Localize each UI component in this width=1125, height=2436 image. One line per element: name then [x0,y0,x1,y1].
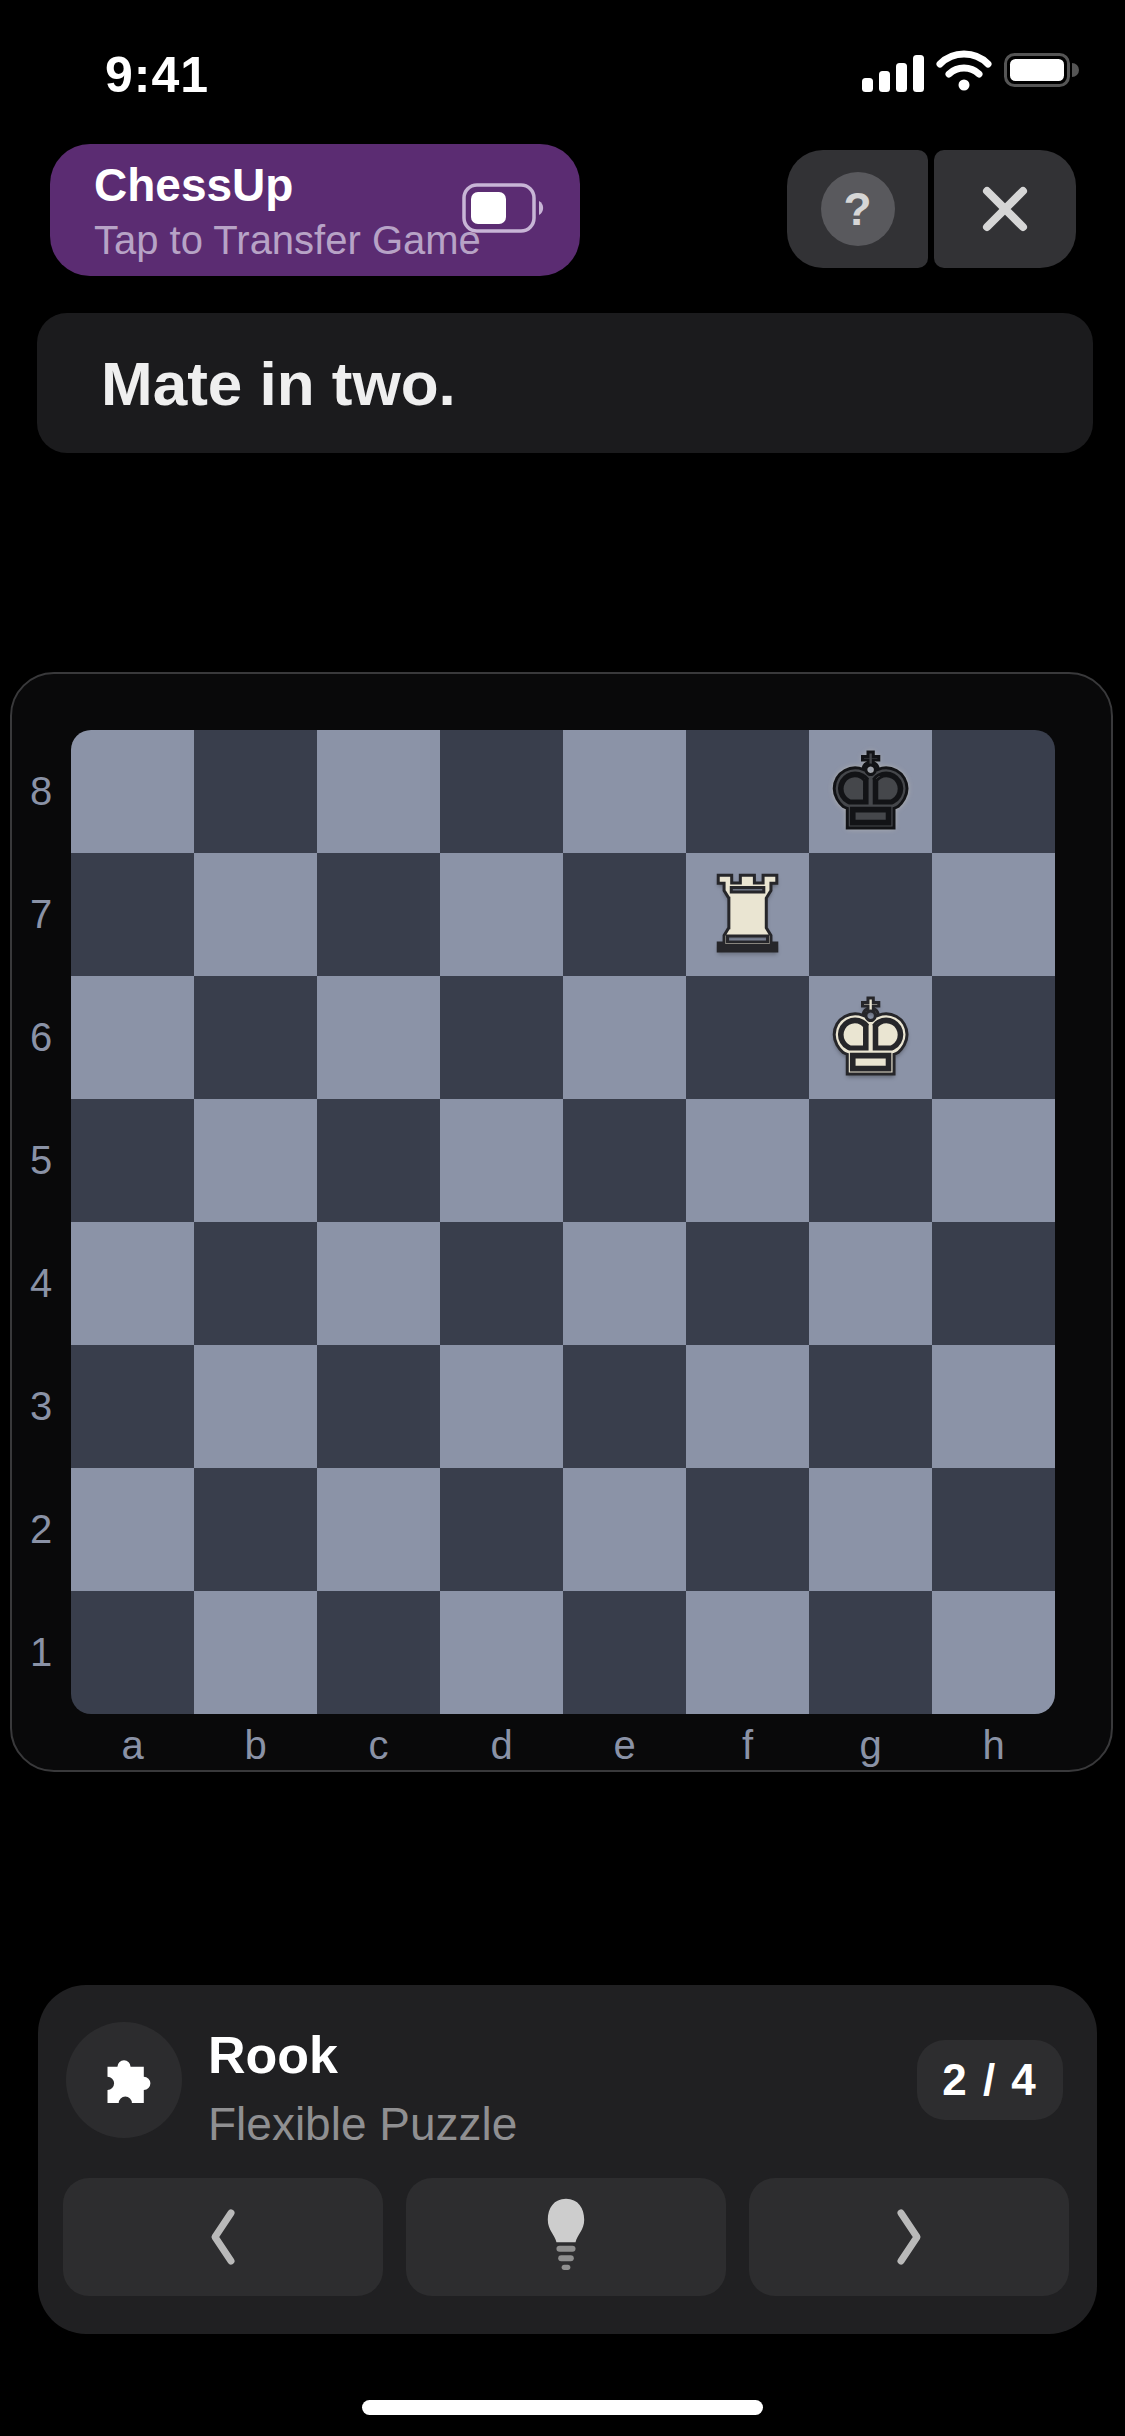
square-d3[interactable] [440,1345,563,1468]
rank-label-6: 6 [12,976,70,1099]
square-c1[interactable] [317,1591,440,1714]
square-c8[interactable] [317,730,440,853]
puzzle-piece-icon [91,2047,157,2113]
puzzle-prompt: Mate in two. [37,313,1093,453]
file-label-g: g [809,1718,932,1772]
square-b4[interactable] [194,1222,317,1345]
square-h3[interactable] [932,1345,1055,1468]
square-b6[interactable] [194,976,317,1099]
piece-white-rook-f7[interactable]: ♜ [686,853,809,976]
square-c6[interactable] [317,976,440,1099]
chevron-left-icon [203,2205,243,2269]
square-a7[interactable] [71,853,194,976]
rank-label-8: 8 [12,730,70,853]
square-f8[interactable] [686,730,809,853]
battery-icon [1004,50,1080,90]
rank-label-5: 5 [12,1099,70,1222]
puzzle-title: Rook [208,2025,338,2085]
square-g8[interactable]: ♚ [809,730,932,853]
square-d1[interactable] [440,1591,563,1714]
square-c7[interactable] [317,853,440,976]
square-f7[interactable]: ♜ [686,853,809,976]
square-g5[interactable] [809,1099,932,1222]
help-button[interactable]: ? [787,150,928,268]
square-a4[interactable] [71,1222,194,1345]
puzzle-prompt-text: Mate in two. [101,348,456,419]
square-g4[interactable] [809,1222,932,1345]
piece-white-king-g6[interactable]: ♚ [809,976,932,1099]
file-label-e: e [563,1718,686,1772]
status-icons [862,48,1080,92]
square-b7[interactable] [194,853,317,976]
square-a3[interactable] [71,1345,194,1468]
question-mark-icon: ? [821,172,895,246]
file-labels: abcdefgh [71,1718,1055,1772]
square-f4[interactable] [686,1222,809,1345]
square-d8[interactable] [440,730,563,853]
close-button[interactable] [934,150,1076,268]
square-f1[interactable] [686,1591,809,1714]
square-h2[interactable] [932,1468,1055,1591]
square-d5[interactable] [440,1099,563,1222]
hint-button[interactable] [406,2178,726,2296]
square-a8[interactable] [71,730,194,853]
device-battery-icon [462,182,550,238]
square-e1[interactable] [563,1591,686,1714]
file-label-f: f [686,1718,809,1772]
square-d7[interactable] [440,853,563,976]
square-e4[interactable] [563,1222,686,1345]
square-c4[interactable] [317,1222,440,1345]
square-b8[interactable] [194,730,317,853]
file-label-d: d [440,1718,563,1772]
square-f6[interactable] [686,976,809,1099]
square-b3[interactable] [194,1345,317,1468]
puzzle-card: Rook Flexible Puzzle 2 / 4 [38,1985,1097,2334]
square-b2[interactable] [194,1468,317,1591]
square-f3[interactable] [686,1345,809,1468]
home-indicator[interactable] [362,2400,763,2415]
square-h7[interactable] [932,853,1055,976]
board-panel: 87654321 ♚♜♚ abcdefgh [10,672,1113,1772]
square-a5[interactable] [71,1099,194,1222]
lightbulb-icon [540,2193,592,2281]
banner-title: ChessUp [94,158,293,212]
square-c2[interactable] [317,1468,440,1591]
rank-label-7: 7 [12,853,70,976]
square-c5[interactable] [317,1099,440,1222]
square-h4[interactable] [932,1222,1055,1345]
square-e5[interactable] [563,1099,686,1222]
square-a1[interactable] [71,1591,194,1714]
square-g3[interactable] [809,1345,932,1468]
square-e2[interactable] [563,1468,686,1591]
square-g1[interactable] [809,1591,932,1714]
square-g6[interactable]: ♚ [809,976,932,1099]
square-g7[interactable] [809,853,932,976]
square-h1[interactable] [932,1591,1055,1714]
progress-badge: 2 / 4 [917,2040,1063,2120]
rank-label-3: 3 [12,1345,70,1468]
rank-label-2: 2 [12,1468,70,1591]
square-h5[interactable] [932,1099,1055,1222]
status-time: 9:41 [62,46,252,104]
square-f5[interactable] [686,1099,809,1222]
square-c3[interactable] [317,1345,440,1468]
rank-label-1: 1 [12,1591,70,1714]
square-d2[interactable] [440,1468,563,1591]
cellular-signal-icon [862,48,924,92]
square-g2[interactable] [809,1468,932,1591]
square-e6[interactable] [563,976,686,1099]
square-b1[interactable] [194,1591,317,1714]
app-screen: 9:41 ChessUp Tap to Transfer Game [0,0,1125,2436]
puzzle-subtitle: Flexible Puzzle [208,2097,517,2151]
chevron-right-icon [889,2205,929,2269]
square-a6[interactable] [71,976,194,1099]
square-h8[interactable] [932,730,1055,853]
chessup-transfer-banner[interactable]: ChessUp Tap to Transfer Game [50,144,580,276]
puzzle-icon-circle [66,2022,182,2138]
chess-board[interactable]: ♚♜♚ [71,730,1055,1714]
wifi-icon [936,49,992,91]
square-h6[interactable] [932,976,1055,1099]
square-b5[interactable] [194,1099,317,1222]
previous-button[interactable] [63,2178,383,2296]
rank-labels: 87654321 [12,730,70,1714]
file-label-h: h [932,1718,1055,1772]
file-label-a: a [71,1718,194,1772]
next-button[interactable] [749,2178,1069,2296]
square-d4[interactable] [440,1222,563,1345]
square-e3[interactable] [563,1345,686,1468]
close-icon [978,182,1032,236]
square-e7[interactable] [563,853,686,976]
file-label-c: c [317,1718,440,1772]
rank-label-4: 4 [12,1222,70,1345]
square-a2[interactable] [71,1468,194,1591]
square-d6[interactable] [440,976,563,1099]
banner-subtitle: Tap to Transfer Game [94,218,481,263]
piece-black-king-g8[interactable]: ♚ [809,730,932,853]
square-e8[interactable] [563,730,686,853]
square-f2[interactable] [686,1468,809,1591]
file-label-b: b [194,1718,317,1772]
